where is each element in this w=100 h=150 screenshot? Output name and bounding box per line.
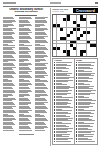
crossword-clues: ACROSS DOWN [52,58,97,145]
article-name-columns [3,17,49,133]
down-clue-lines [76,62,96,141]
crossword-kicker-line2: by Walter D. Feener [52,11,73,13]
down-clues-column: DOWN [74,59,96,144]
article-continued-line [19,134,34,135]
crossword-title: Crossword [73,8,97,13]
crossword-grid[interactable] [52,14,97,58]
newspaper-page: Ontario Secondary School Diploma Recipie… [0,0,100,150]
clue-line [54,141,74,142]
page-header [3,2,98,3]
clue-text [56,141,72,142]
page-header-publication-text [50,2,61,3]
names-column-2 [19,17,33,133]
article-title-line2: Diploma Recipients [3,11,49,14]
page-header-date-text [3,2,16,3]
article-section: Ontario Secondary School Diploma Recipie… [3,8,49,146]
crossword-title-bar: Canadian Criss-Cross by Walter D. Feener… [52,8,97,13]
across-clues-column: ACROSS [53,59,74,144]
grid-cell[interactable] [93,53,96,56]
name-text-line [3,130,14,131]
header-rule [3,6,98,7]
clue-line [76,141,96,142]
names-column-3 [35,17,49,133]
name-text-line [35,130,45,131]
across-clue-lines [54,62,74,141]
clue-text [78,141,95,142]
names-column-1 [3,17,17,133]
crossword-section: Canadian Criss-Cross by Walter D. Feener… [50,8,97,146]
page-number [95,2,97,3]
name-text-line [19,130,32,131]
crossword-kicker: Canadian Criss-Cross by Walter D. Feener [52,8,73,13]
